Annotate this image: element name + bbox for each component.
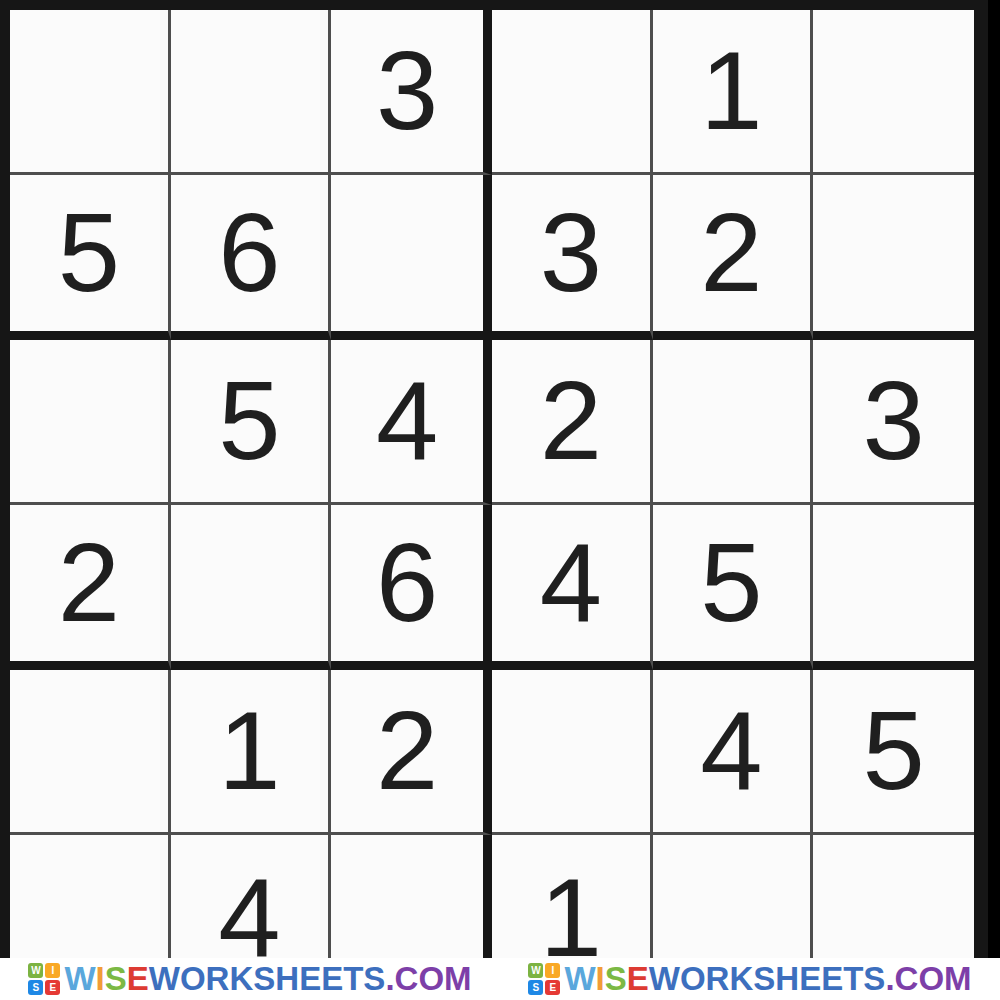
watermark-letter: E: [799, 963, 821, 996]
logo-square-s: S: [528, 980, 543, 995]
given-digit: 2: [376, 695, 438, 807]
watermark-letter: R: [206, 963, 230, 996]
watermark-letter: O: [680, 963, 706, 996]
watermark-letter: W: [149, 963, 180, 996]
given-digit: 3: [376, 35, 438, 147]
watermark-letter: I: [596, 963, 605, 996]
cell-r2c2[interactable]: 6: [171, 175, 332, 340]
watermark-letter: C: [395, 963, 419, 996]
cell-r3c2[interactable]: 5: [171, 340, 332, 505]
watermark-letter: K: [229, 963, 253, 996]
wiseworksheets-logo: WISE: [28, 963, 60, 995]
watermark-instance-1: WISEWISEWORKSHEETS.COM: [28, 963, 471, 996]
given-digit: 1: [218, 695, 280, 807]
cell-r1c1[interactable]: [10, 10, 171, 175]
given-digit: 5: [863, 695, 925, 807]
cell-r2c5[interactable]: 2: [653, 175, 814, 340]
cell-r5c5[interactable]: 4: [653, 670, 814, 835]
cell-r3c3[interactable]: 4: [331, 340, 492, 505]
given-digit: 1: [540, 862, 602, 974]
watermark-letter: S: [605, 963, 627, 996]
watermark-instance-2: WISEWISEWORKSHEETS.COM: [528, 963, 971, 996]
sudoku-worksheet-page: 31563254232645124541 WISEWISEWORKSHEETS.…: [0, 0, 1000, 1000]
logo-square-e: E: [545, 980, 560, 995]
watermark-letter: M: [944, 963, 972, 996]
cell-r4c1[interactable]: 2: [10, 505, 171, 670]
watermark-letter: O: [918, 963, 944, 996]
cell-r5c6[interactable]: 5: [813, 670, 974, 835]
watermark-url: WISEWORKSHEETS.COM: [64, 963, 471, 995]
cell-r1c4[interactable]: [492, 10, 653, 175]
sudoku-board: 31563254232645124541: [0, 0, 988, 1000]
given-digit: 6: [218, 197, 280, 309]
watermark-letter: S: [363, 963, 385, 996]
cell-r4c3[interactable]: 6: [331, 505, 492, 670]
watermark-letter: S: [753, 963, 775, 996]
logo-square-s: S: [28, 980, 43, 995]
watermark-letter: W: [649, 963, 680, 996]
watermark-url: WISEWORKSHEETS.COM: [564, 963, 971, 995]
cell-r4c2[interactable]: [171, 505, 332, 670]
cell-r3c4[interactable]: 2: [492, 340, 653, 505]
cell-r3c1[interactable]: [10, 340, 171, 505]
watermark-letter: R: [706, 963, 730, 996]
cell-r2c6[interactable]: [813, 175, 974, 340]
given-digit: 1: [700, 35, 762, 147]
watermark-letter: E: [321, 963, 343, 996]
watermark-letter: E: [821, 963, 843, 996]
watermark-letter: .: [885, 963, 894, 996]
given-digit: 2: [700, 197, 762, 309]
logo-square-i: I: [45, 963, 60, 978]
watermark-letter: H: [275, 963, 299, 996]
given-digit: 4: [218, 862, 280, 974]
watermark-letter: W: [564, 963, 595, 996]
watermark-letter: S: [863, 963, 885, 996]
watermark-letter: T: [343, 963, 363, 996]
watermark-letter: .: [385, 963, 394, 996]
watermark-letter: O: [180, 963, 206, 996]
cell-r5c2[interactable]: 1: [171, 670, 332, 835]
cell-r3c6[interactable]: 3: [813, 340, 974, 505]
watermark-letter: E: [127, 963, 149, 996]
cell-r5c3[interactable]: 2: [331, 670, 492, 835]
cell-r1c6[interactable]: [813, 10, 974, 175]
given-digit: 5: [58, 197, 120, 309]
cell-r2c3[interactable]: [331, 175, 492, 340]
watermark-letter: H: [775, 963, 799, 996]
logo-square-w: W: [28, 963, 43, 978]
wiseworksheets-logo: WISE: [528, 963, 560, 995]
given-digit: 3: [540, 197, 602, 309]
watermark-letter: S: [105, 963, 127, 996]
cell-r4c6[interactable]: [813, 505, 974, 670]
given-digit: 4: [540, 527, 602, 639]
watermark-letter: S: [253, 963, 275, 996]
cell-r5c1[interactable]: [10, 670, 171, 835]
cell-r5c4[interactable]: [492, 670, 653, 835]
watermark-letter: W: [64, 963, 95, 996]
given-digit: 4: [700, 695, 762, 807]
watermark-letter: K: [729, 963, 753, 996]
cell-r2c4[interactable]: 3: [492, 175, 653, 340]
cell-r2c1[interactable]: 5: [10, 175, 171, 340]
watermark-bar: WISEWISEWORKSHEETS.COMWISEWISEWORKSHEETS…: [0, 958, 1000, 1000]
given-digit: 2: [58, 527, 120, 639]
watermark-letter: I: [96, 963, 105, 996]
cell-r3c5[interactable]: [653, 340, 814, 505]
given-digit: 5: [700, 527, 762, 639]
cell-r1c3[interactable]: 3: [331, 10, 492, 175]
logo-square-e: E: [45, 980, 60, 995]
cell-r1c2[interactable]: [171, 10, 332, 175]
given-digit: 6: [376, 527, 438, 639]
watermark-letter: E: [627, 963, 649, 996]
watermark-letter: O: [418, 963, 444, 996]
watermark-letter: E: [299, 963, 321, 996]
logo-square-i: I: [545, 963, 560, 978]
given-digit: 5: [218, 365, 280, 477]
given-digit: 2: [540, 365, 602, 477]
watermark-letter: T: [843, 963, 863, 996]
watermark-letter: C: [895, 963, 919, 996]
given-digit: 4: [376, 365, 438, 477]
logo-square-w: W: [528, 963, 543, 978]
watermark-letter: M: [444, 963, 472, 996]
cell-r4c5[interactable]: 5: [653, 505, 814, 670]
cell-r1c5[interactable]: 1: [653, 10, 814, 175]
cell-r4c4[interactable]: 4: [492, 505, 653, 670]
given-digit: 3: [863, 365, 925, 477]
